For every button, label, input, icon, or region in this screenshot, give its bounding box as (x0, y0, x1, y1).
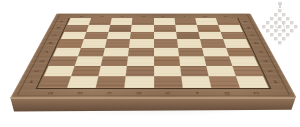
coord-label-c: c (94, 91, 124, 95)
coord-label-f: f (173, 15, 194, 17)
chess-board: abcdefgh abcdefgh 87654321 87654321 (10, 14, 296, 98)
square-a6 (60, 32, 86, 40)
board-squares (38, 18, 268, 87)
square-g3 (203, 56, 231, 66)
square-c2 (98, 66, 127, 76)
coord-label-h: h (214, 15, 235, 17)
square-d1 (124, 76, 153, 87)
square-a3 (48, 56, 78, 66)
shop-logo-watermark: ♘ (261, 1, 299, 47)
coord-label-4: 4 (253, 48, 269, 57)
coord-label-5: 5 (43, 39, 58, 47)
square-f6 (175, 32, 199, 40)
square-e3 (153, 56, 179, 66)
coord-label-a: a (70, 15, 91, 17)
square-c1 (96, 76, 126, 87)
coord-label-1: 1 (266, 76, 285, 87)
square-g6 (198, 32, 223, 40)
square-f2 (179, 66, 208, 76)
coord-label-6: 6 (47, 32, 61, 40)
square-d2 (126, 66, 153, 76)
square-f7 (175, 25, 198, 32)
square-c5 (105, 39, 130, 47)
square-h7 (218, 25, 243, 32)
square-c6 (107, 32, 131, 40)
square-b5 (81, 39, 107, 47)
square-b1 (67, 76, 98, 87)
coord-label-b: b (64, 91, 95, 95)
coords-top-files: abcdefgh (70, 15, 235, 17)
coord-label-d: d (123, 91, 153, 95)
coord-label-1: 1 (21, 76, 40, 87)
coord-label-e: e (153, 91, 183, 95)
coord-label-g: g (194, 15, 215, 17)
square-g4 (201, 48, 228, 57)
square-a7 (64, 25, 89, 32)
square-c7 (108, 25, 131, 32)
coord-label-8: 8 (239, 18, 252, 24)
square-e4 (153, 48, 178, 57)
square-e2 (153, 66, 180, 76)
square-h6 (220, 32, 246, 40)
coord-label-g: g (211, 91, 242, 95)
square-b7 (86, 25, 110, 32)
square-b4 (78, 48, 105, 57)
square-a4 (52, 48, 80, 57)
square-d6 (130, 32, 153, 40)
coord-label-f: f (182, 91, 212, 95)
square-f1 (180, 76, 210, 87)
square-c3 (101, 56, 128, 66)
square-d4 (128, 48, 153, 57)
square-g1 (208, 76, 239, 87)
coords-bottom-files: abcdefgh (34, 91, 271, 96)
coord-label-7: 7 (51, 25, 64, 32)
square-g5 (199, 39, 225, 47)
coord-label-6: 6 (245, 32, 259, 40)
square-d7 (131, 25, 153, 32)
square-f5 (176, 39, 201, 47)
square-h2 (232, 66, 263, 76)
square-b6 (83, 32, 108, 40)
coord-label-4: 4 (38, 48, 54, 57)
square-e7 (153, 25, 175, 32)
square-e1 (153, 76, 182, 87)
square-f4 (177, 48, 203, 57)
coord-label-2: 2 (261, 66, 278, 76)
square-g2 (205, 66, 235, 76)
square-h4 (225, 48, 253, 57)
coord-label-a: a (35, 91, 66, 95)
knight-icon: ♘ (272, 15, 287, 35)
square-a2 (43, 66, 74, 76)
coord-label-d: d (132, 15, 153, 17)
coord-label-e: e (153, 15, 174, 17)
square-e5 (153, 39, 177, 47)
board-front-edge (10, 97, 296, 112)
coord-label-3: 3 (33, 56, 49, 66)
square-h3 (228, 56, 258, 66)
product-photo: abcdefgh abcdefgh 87654321 87654321 ♘ (0, 0, 300, 127)
square-b3 (74, 56, 102, 66)
square-a1 (38, 76, 71, 87)
square-h1 (235, 76, 268, 87)
coord-label-b: b (91, 15, 112, 17)
coord-label-3: 3 (257, 56, 273, 66)
coord-label-8: 8 (54, 18, 67, 24)
square-e6 (153, 32, 176, 40)
coord-label-7: 7 (242, 25, 255, 32)
coord-label-h: h (240, 91, 271, 95)
square-d3 (127, 56, 153, 66)
square-d5 (129, 39, 153, 47)
square-g7 (196, 25, 220, 32)
square-b2 (71, 66, 101, 76)
square-f3 (178, 56, 205, 66)
coord-label-c: c (112, 15, 133, 17)
square-c4 (103, 48, 129, 57)
square-a5 (57, 39, 84, 47)
coord-label-2: 2 (27, 66, 44, 76)
square-h5 (223, 39, 250, 47)
